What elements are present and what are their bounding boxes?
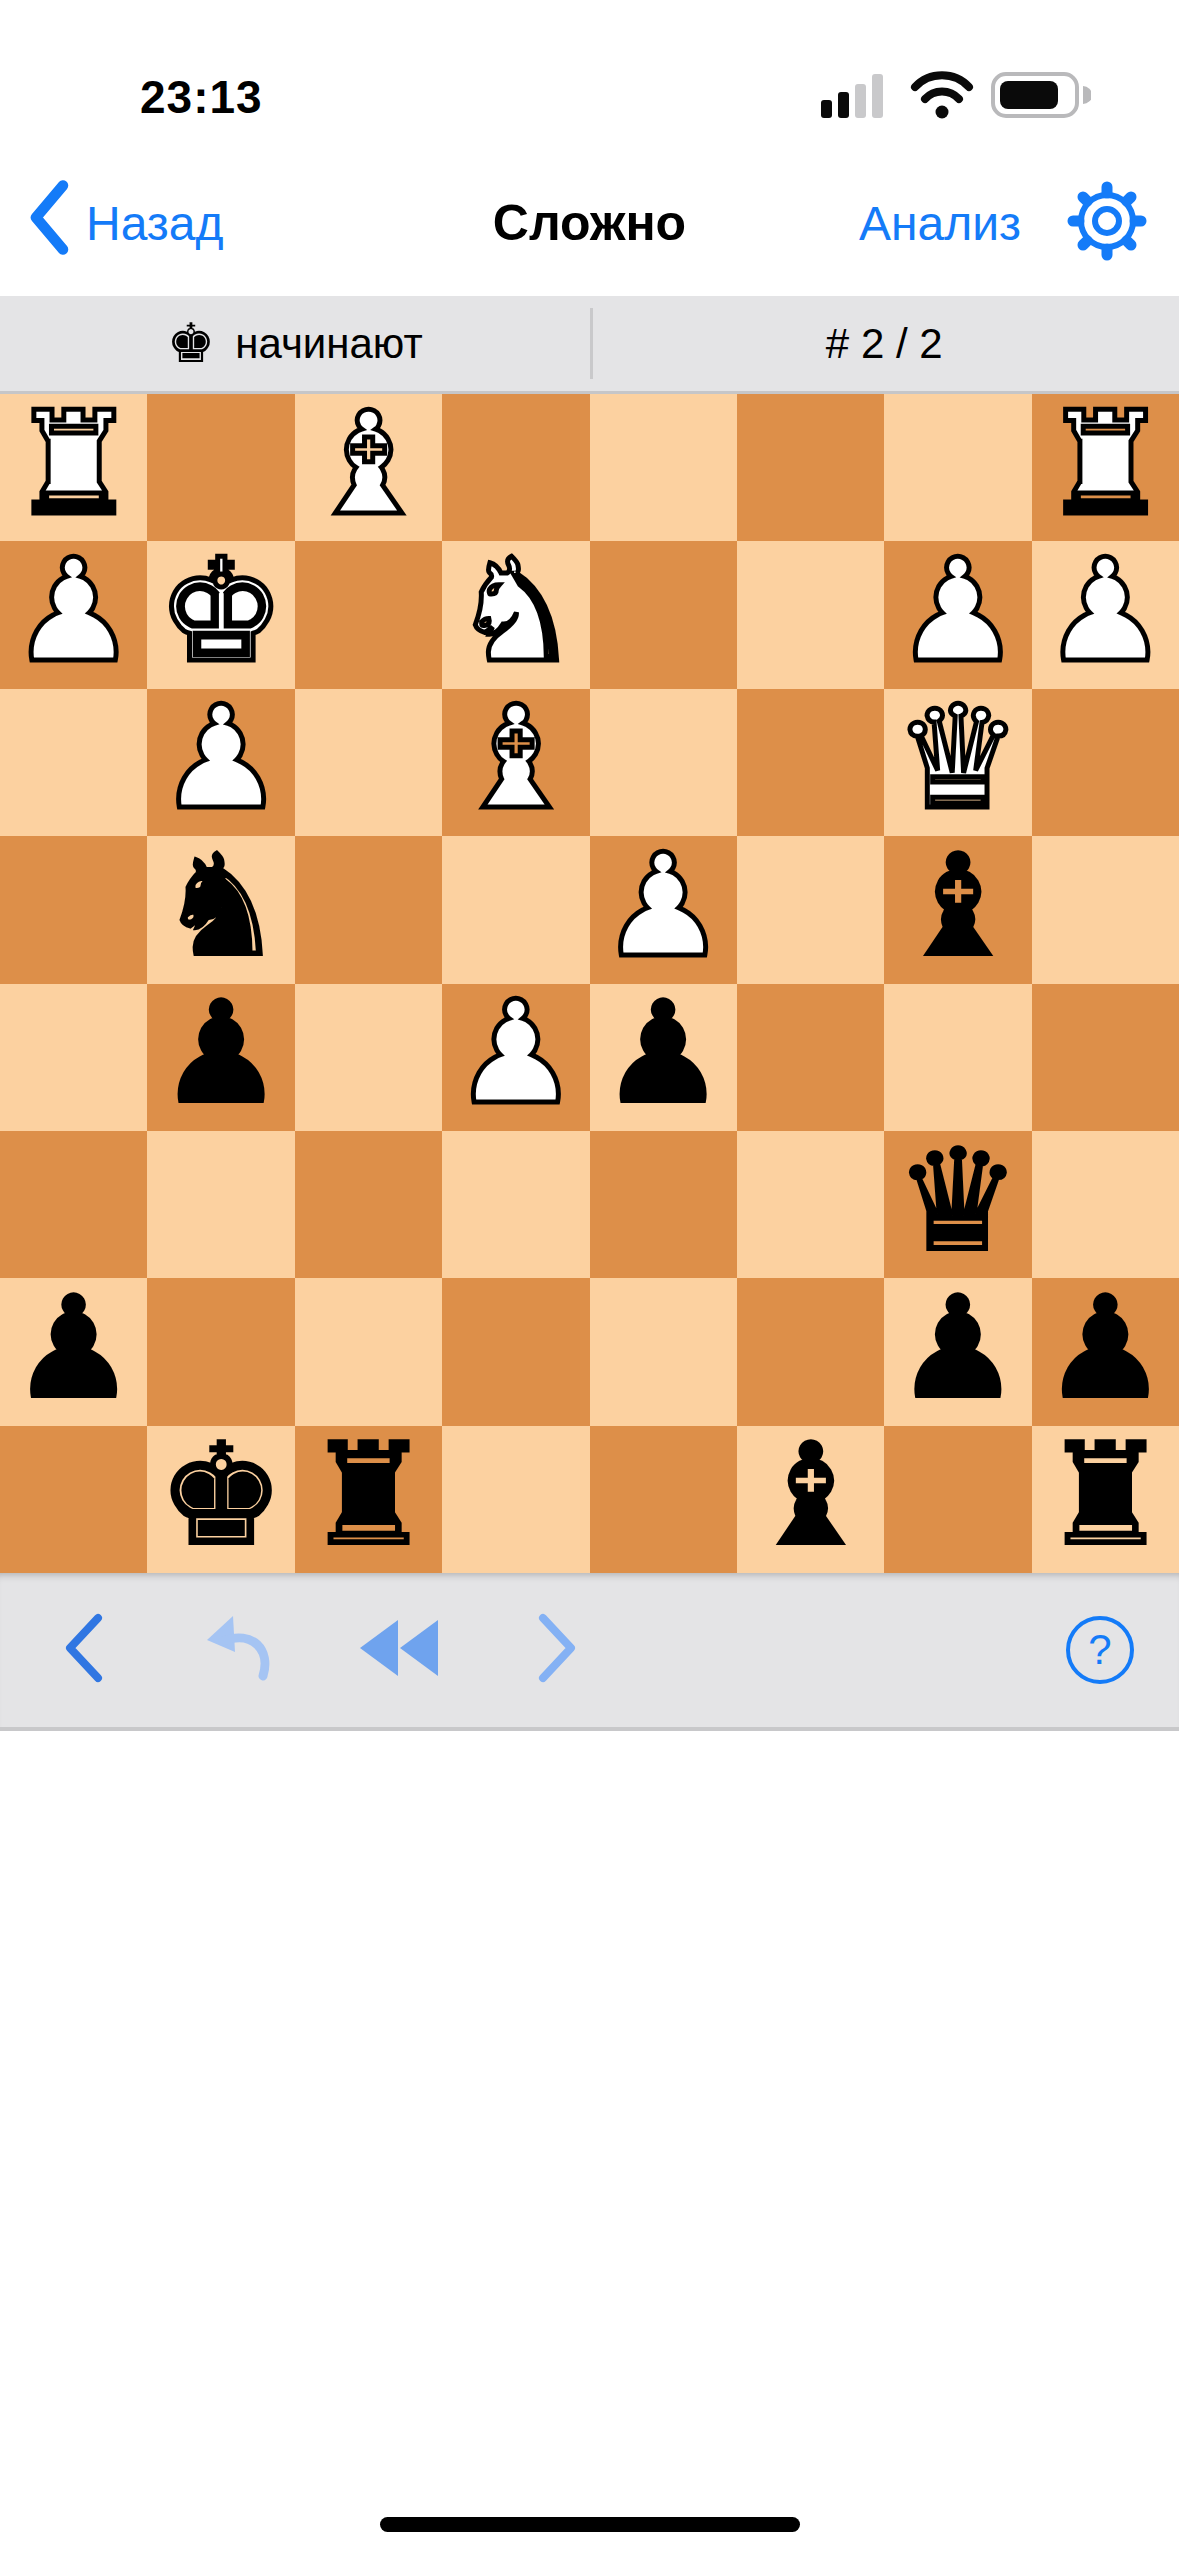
side-to-move: ♚ начинают bbox=[0, 296, 590, 391]
chess-piece-wP: ♟ bbox=[452, 984, 579, 1125]
chess-piece-wB: ♝ bbox=[452, 689, 579, 830]
next-move-button[interactable] bbox=[534, 1612, 580, 1688]
board-square[interactable] bbox=[295, 1278, 442, 1425]
board-square[interactable] bbox=[442, 1278, 589, 1425]
board-square[interactable] bbox=[295, 541, 442, 688]
chess-piece-wR: ♜ bbox=[10, 394, 137, 535]
board-square[interactable] bbox=[884, 394, 1031, 541]
board-square[interactable]: ♛ bbox=[884, 1131, 1031, 1278]
board-square[interactable] bbox=[1032, 689, 1179, 836]
chess-piece-wP: ♟ bbox=[157, 689, 284, 830]
board-square[interactable]: ♟ bbox=[590, 984, 737, 1131]
status-bar: 23:13 bbox=[0, 0, 1179, 150]
chess-piece-wQ: ♛ bbox=[894, 689, 1021, 830]
puzzle-counter: # 2 / 2 bbox=[590, 296, 1179, 391]
help-button[interactable]: ? bbox=[1066, 1616, 1134, 1684]
chess-piece-bQ: ♛ bbox=[894, 1131, 1021, 1272]
nav-right-group: Анализ bbox=[859, 181, 1147, 265]
board-square[interactable] bbox=[1032, 836, 1179, 983]
battery-icon bbox=[991, 70, 1091, 124]
black-king-icon: ♚ bbox=[167, 317, 215, 371]
undo-button[interactable] bbox=[205, 1614, 279, 1686]
board-square[interactable] bbox=[442, 1426, 589, 1573]
board-square[interactable] bbox=[1032, 1131, 1179, 1278]
board-square[interactable]: ♟ bbox=[884, 1278, 1031, 1425]
puzzle-info-bar: ♚ начинают # 2 / 2 bbox=[0, 296, 1179, 394]
cellular-signal-icon bbox=[819, 72, 893, 122]
home-indicator[interactable] bbox=[380, 2517, 800, 2532]
chess-piece-bB: ♝ bbox=[747, 1426, 874, 1567]
board-square[interactable] bbox=[295, 984, 442, 1131]
board-square[interactable]: ♞ bbox=[147, 836, 294, 983]
chess-piece-bR: ♜ bbox=[1042, 1426, 1169, 1567]
board-square[interactable] bbox=[590, 689, 737, 836]
chess-piece-wP: ♟ bbox=[1042, 541, 1169, 682]
chess-piece-bP: ♟ bbox=[894, 1278, 1021, 1419]
side-to-move-label: начинают bbox=[235, 320, 422, 368]
board-square[interactable] bbox=[295, 836, 442, 983]
board-square[interactable]: ♜ bbox=[1032, 394, 1179, 541]
board-square[interactable] bbox=[0, 836, 147, 983]
board-square[interactable] bbox=[737, 984, 884, 1131]
fast-rewind-icon bbox=[356, 1617, 442, 1683]
chess-piece-wP: ♟ bbox=[10, 541, 137, 682]
board-square[interactable] bbox=[737, 541, 884, 688]
board: ♜♝♜♟♚♞♟♟♟♝♛♞♟♝♟♟♟♛♟♟♟♚♜♝♜ bbox=[0, 394, 1179, 1573]
board-square[interactable]: ♟ bbox=[1032, 1278, 1179, 1425]
board-square[interactable]: ♞ bbox=[442, 541, 589, 688]
board-square[interactable]: ♜ bbox=[295, 1426, 442, 1573]
status-icons bbox=[819, 70, 1091, 124]
board-square[interactable] bbox=[295, 689, 442, 836]
board-square[interactable]: ♟ bbox=[0, 1278, 147, 1425]
board-square[interactable] bbox=[590, 1278, 737, 1425]
board-square[interactable] bbox=[147, 1131, 294, 1278]
prev-move-button[interactable] bbox=[61, 1612, 107, 1688]
board-square[interactable] bbox=[590, 541, 737, 688]
chess-piece-wP: ♟ bbox=[600, 836, 727, 977]
board-square[interactable] bbox=[0, 984, 147, 1131]
board-square[interactable]: ♟ bbox=[147, 984, 294, 1131]
board-square[interactable]: ♟ bbox=[442, 984, 589, 1131]
chess-piece-wK: ♚ bbox=[157, 541, 284, 682]
board-square[interactable] bbox=[590, 394, 737, 541]
board-square[interactable] bbox=[737, 689, 884, 836]
board-square[interactable] bbox=[737, 394, 884, 541]
wifi-icon bbox=[909, 70, 975, 124]
board-square[interactable] bbox=[737, 1131, 884, 1278]
board-square[interactable]: ♜ bbox=[1032, 1426, 1179, 1573]
chess-piece-wR: ♜ bbox=[1042, 394, 1169, 535]
board-square[interactable] bbox=[1032, 984, 1179, 1131]
settings-gear-icon[interactable] bbox=[1067, 181, 1147, 265]
rewind-to-start-button[interactable] bbox=[356, 1617, 442, 1683]
chess-piece-bP: ♟ bbox=[157, 984, 284, 1125]
board-square[interactable] bbox=[147, 394, 294, 541]
chess-piece-wN: ♞ bbox=[452, 541, 579, 682]
board-square[interactable] bbox=[0, 689, 147, 836]
board-square[interactable] bbox=[884, 984, 1031, 1131]
board-square[interactable] bbox=[442, 394, 589, 541]
chess-piece-bB: ♝ bbox=[894, 836, 1021, 977]
board-square[interactable] bbox=[737, 1278, 884, 1425]
chess-piece-bN: ♞ bbox=[157, 836, 284, 977]
board-square[interactable]: ♝ bbox=[884, 836, 1031, 983]
board-square[interactable] bbox=[590, 1426, 737, 1573]
board-square[interactable] bbox=[0, 1131, 147, 1278]
board-square[interactable]: ♟ bbox=[1032, 541, 1179, 688]
chess-piece-wP: ♟ bbox=[894, 541, 1021, 682]
board-square[interactable]: ♟ bbox=[590, 836, 737, 983]
board-square[interactable]: ♚ bbox=[147, 1426, 294, 1573]
board-square[interactable] bbox=[295, 1131, 442, 1278]
bottom-toolbar: ? bbox=[0, 1573, 1179, 1731]
board-square[interactable] bbox=[147, 1278, 294, 1425]
board-square[interactable]: ♟ bbox=[0, 541, 147, 688]
board-square[interactable]: ♜ bbox=[0, 394, 147, 541]
info-divider bbox=[590, 308, 593, 379]
board-square[interactable] bbox=[442, 1131, 589, 1278]
board-square[interactable]: ♝ bbox=[442, 689, 589, 836]
chess-piece-wB: ♝ bbox=[305, 394, 432, 535]
chess-piece-bP: ♟ bbox=[600, 984, 727, 1125]
nav-bar: Назад Сложно Анализ bbox=[0, 150, 1179, 296]
board-square[interactable]: ♝ bbox=[737, 1426, 884, 1573]
chess-piece-bP: ♟ bbox=[1042, 1278, 1169, 1419]
board-square[interactable]: ♛ bbox=[884, 689, 1031, 836]
board-square[interactable] bbox=[590, 1131, 737, 1278]
chevron-left-icon bbox=[61, 1612, 107, 1688]
chevron-right-icon bbox=[534, 1612, 580, 1688]
board-square[interactable]: ♝ bbox=[295, 394, 442, 541]
board-square[interactable]: ♟ bbox=[884, 541, 1031, 688]
chess-piece-bP: ♟ bbox=[10, 1278, 137, 1419]
undo-arrow-icon bbox=[205, 1614, 279, 1686]
board-square[interactable]: ♚ bbox=[147, 541, 294, 688]
status-time: 23:13 bbox=[140, 70, 263, 124]
board-square[interactable] bbox=[442, 836, 589, 983]
board-square[interactable] bbox=[737, 836, 884, 983]
chess-piece-bR: ♜ bbox=[305, 1426, 432, 1567]
chess-piece-bK: ♚ bbox=[157, 1426, 284, 1567]
analysis-button[interactable]: Анализ bbox=[859, 196, 1021, 251]
question-mark-icon: ? bbox=[1066, 1616, 1134, 1684]
board-square[interactable] bbox=[884, 1426, 1031, 1573]
board-square[interactable] bbox=[0, 1426, 147, 1573]
board-square[interactable]: ♟ bbox=[147, 689, 294, 836]
